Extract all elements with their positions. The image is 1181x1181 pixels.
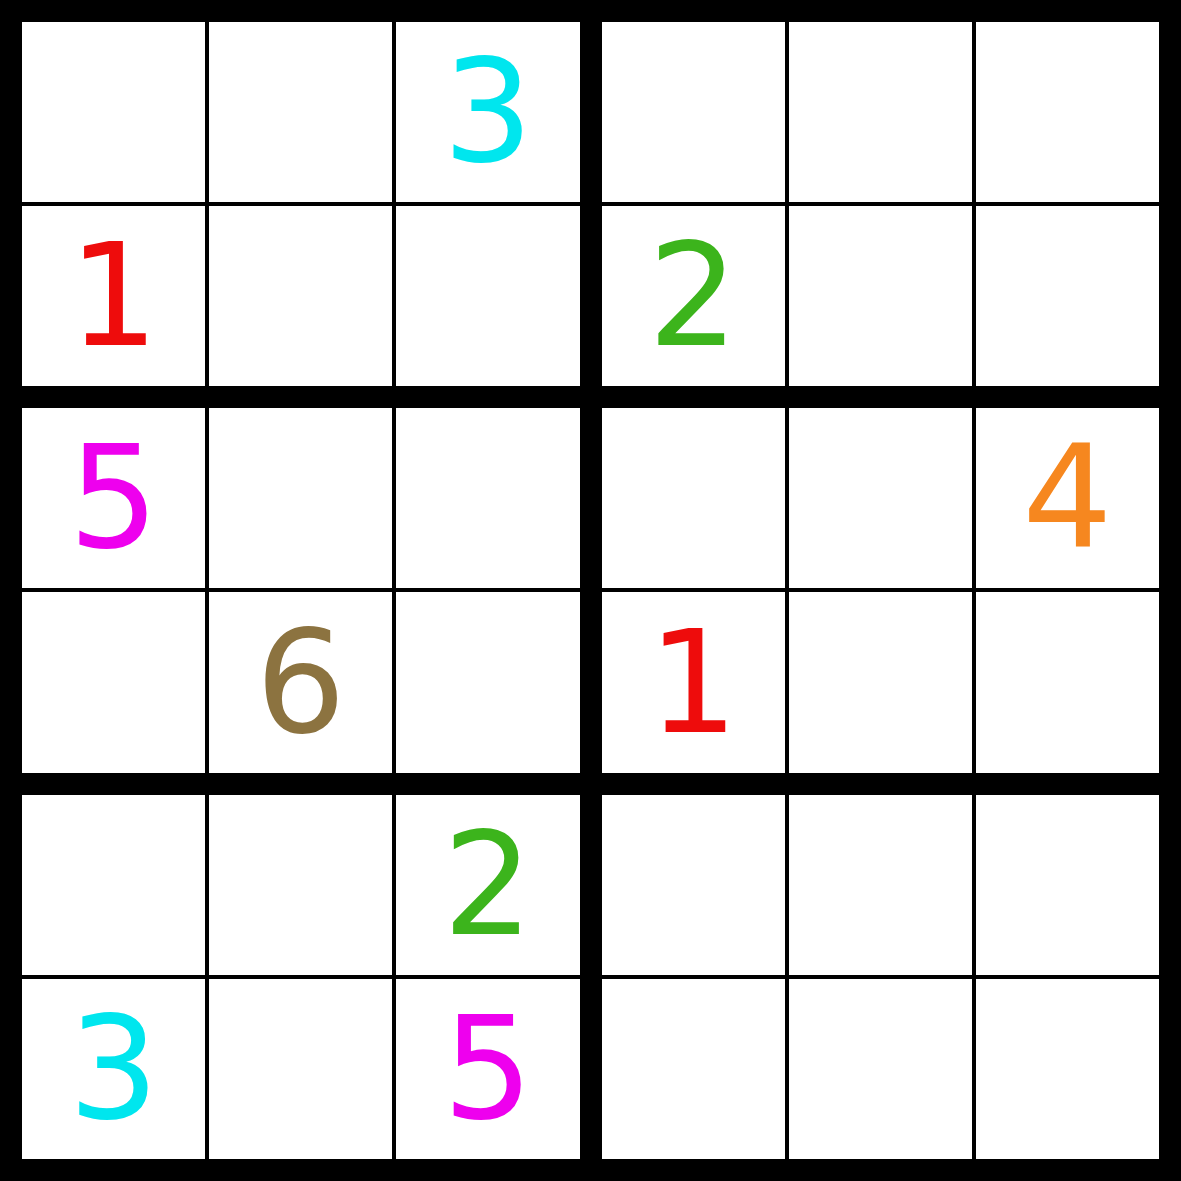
cell-r2c5[interactable] <box>789 206 972 386</box>
cell-r4c2[interactable]: 6 <box>209 592 392 772</box>
cell-r4c6[interactable] <box>976 592 1159 772</box>
cell-r1c6[interactable] <box>976 22 1159 202</box>
cell-r6c6[interactable] <box>976 979 1159 1159</box>
cell-r5c6[interactable] <box>976 795 1159 975</box>
box-middle-left: 5 6 <box>22 408 580 772</box>
cell-r1c4[interactable] <box>602 22 785 202</box>
cell-r2c4[interactable]: 2 <box>602 206 785 386</box>
cell-r2c6[interactable] <box>976 206 1159 386</box>
cell-r1c3[interactable]: 3 <box>396 22 579 202</box>
cell-r5c1[interactable] <box>22 795 205 975</box>
cell-r6c4[interactable] <box>602 979 785 1159</box>
cell-r3c2[interactable] <box>209 408 392 588</box>
cell-r4c3[interactable] <box>396 592 579 772</box>
box-bottom-right <box>602 795 1160 1159</box>
cell-r3c6[interactable]: 4 <box>976 408 1159 588</box>
cell-r6c5[interactable] <box>789 979 972 1159</box>
cell-r5c5[interactable] <box>789 795 972 975</box>
cell-r3c5[interactable] <box>789 408 972 588</box>
cell-r1c1[interactable] <box>22 22 205 202</box>
cell-r5c4[interactable] <box>602 795 785 975</box>
cell-r5c2[interactable] <box>209 795 392 975</box>
cell-r2c2[interactable] <box>209 206 392 386</box>
cell-r6c2[interactable] <box>209 979 392 1159</box>
cell-r4c5[interactable] <box>789 592 972 772</box>
box-top-right: 2 <box>602 22 1160 386</box>
cell-r4c4[interactable]: 1 <box>602 592 785 772</box>
cell-r3c3[interactable] <box>396 408 579 588</box>
cell-r6c3[interactable]: 5 <box>396 979 579 1159</box>
cell-r1c2[interactable] <box>209 22 392 202</box>
cell-r2c1[interactable]: 1 <box>22 206 205 386</box>
cell-r6c1[interactable]: 3 <box>22 979 205 1159</box>
cell-r5c3[interactable]: 2 <box>396 795 579 975</box>
box-bottom-left: 2 3 5 <box>22 795 580 1159</box>
cell-r4c1[interactable] <box>22 592 205 772</box>
cell-r2c3[interactable] <box>396 206 579 386</box>
cell-r3c4[interactable] <box>602 408 785 588</box>
cell-r3c1[interactable]: 5 <box>22 408 205 588</box>
box-top-left: 3 1 <box>22 22 580 386</box>
box-middle-right: 4 1 <box>602 408 1160 772</box>
cell-r1c5[interactable] <box>789 22 972 202</box>
sudoku-board: 3 1 2 5 6 4 1 2 3 5 <box>0 0 1181 1181</box>
